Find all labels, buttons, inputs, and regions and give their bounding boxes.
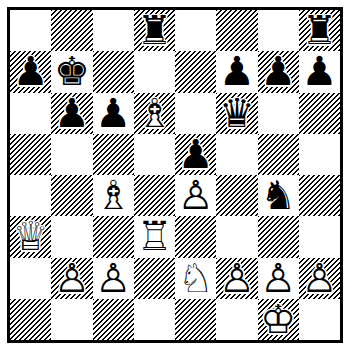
black-pawn-piece[interactable]: ♟ [216,51,257,92]
square-b7[interactable]: ♚ [51,51,92,92]
white-knight-piece[interactable]: ♞♘ [175,258,216,299]
square-h5[interactable] [299,134,340,175]
square-a1[interactable] [10,299,51,340]
square-g7[interactable]: ♟ [258,51,299,92]
square-h4[interactable] [299,175,340,216]
square-a6[interactable] [10,93,51,134]
white-rook-piece[interactable]: ♜♖ [134,216,175,257]
black-pawn-piece[interactable]: ♟ [299,51,340,92]
square-b8[interactable] [51,10,92,51]
square-c8[interactable] [93,10,134,51]
black-pawn-piece[interactable]: ♟ [175,134,216,175]
square-b4[interactable] [51,175,92,216]
square-g6[interactable] [258,93,299,134]
square-d2[interactable] [134,258,175,299]
white-pawn-piece[interactable]: ♟♙ [216,258,257,299]
square-g8[interactable] [258,10,299,51]
square-d3[interactable]: ♜♖ [134,216,175,257]
square-c7[interactable] [93,51,134,92]
black-pawn-piece[interactable]: ♟ [10,51,51,92]
square-h1[interactable] [299,299,340,340]
square-d7[interactable] [134,51,175,92]
square-h8[interactable]: ♜ [299,10,340,51]
square-a5[interactable] [10,134,51,175]
square-f3[interactable] [216,216,257,257]
square-d8[interactable]: ♜ [134,10,175,51]
square-d4[interactable] [134,175,175,216]
square-e5[interactable]: ♟ [175,134,216,175]
square-e6[interactable] [175,93,216,134]
square-b1[interactable] [51,299,92,340]
white-bishop-piece[interactable]: ♝♗ [93,175,134,216]
square-h6[interactable] [299,93,340,134]
square-f1[interactable] [216,299,257,340]
white-king-piece[interactable]: ♚♔ [258,299,299,340]
square-h3[interactable] [299,216,340,257]
square-c4[interactable]: ♝♗ [93,175,134,216]
square-h2[interactable]: ♟♙ [299,258,340,299]
square-f7[interactable]: ♟ [216,51,257,92]
square-a3[interactable]: ♛♕ [10,216,51,257]
square-f4[interactable] [216,175,257,216]
square-g2[interactable]: ♟♙ [258,258,299,299]
square-f8[interactable] [216,10,257,51]
square-a4[interactable] [10,175,51,216]
square-c3[interactable] [93,216,134,257]
square-b6[interactable]: ♟ [51,93,92,134]
square-f2[interactable]: ♟♙ [216,258,257,299]
square-f5[interactable] [216,134,257,175]
chessboard: ♜♜♟♚♟♟♟♟♟♝♗♛♟♝♗♟♙♞♛♕♜♖♟♙♟♙♞♘♟♙♟♙♟♙♚♔ [7,7,343,343]
square-d6[interactable]: ♝♗ [134,93,175,134]
square-c6[interactable]: ♟ [93,93,134,134]
black-pawn-piece[interactable]: ♟ [93,93,134,134]
square-a2[interactable] [10,258,51,299]
white-pawn-piece[interactable]: ♟♙ [93,258,134,299]
square-e7[interactable] [175,51,216,92]
black-rook-piece[interactable]: ♜ [134,10,175,51]
square-g5[interactable] [258,134,299,175]
square-d1[interactable] [134,299,175,340]
square-g3[interactable] [258,216,299,257]
white-pawn-piece[interactable]: ♟♙ [258,258,299,299]
white-pawn-piece[interactable]: ♟♙ [299,258,340,299]
black-queen-piece[interactable]: ♛ [216,93,257,134]
square-a7[interactable]: ♟ [10,51,51,92]
square-f6[interactable]: ♛ [216,93,257,134]
square-c1[interactable] [93,299,134,340]
white-pawn-piece[interactable]: ♟♙ [51,258,92,299]
square-a8[interactable] [10,10,51,51]
square-e4[interactable]: ♟♙ [175,175,216,216]
square-b3[interactable] [51,216,92,257]
square-g1[interactable]: ♚♔ [258,299,299,340]
square-e8[interactable] [175,10,216,51]
square-b2[interactable]: ♟♙ [51,258,92,299]
square-e2[interactable]: ♞♘ [175,258,216,299]
square-g4[interactable]: ♞ [258,175,299,216]
black-pawn-piece[interactable]: ♟ [258,51,299,92]
black-knight-piece[interactable]: ♞ [258,175,299,216]
square-c2[interactable]: ♟♙ [93,258,134,299]
white-queen-piece[interactable]: ♛♕ [10,216,51,257]
square-b5[interactable] [51,134,92,175]
black-pawn-piece[interactable]: ♟ [51,93,92,134]
square-c5[interactable] [93,134,134,175]
white-bishop-piece[interactable]: ♝♗ [134,93,175,134]
white-pawn-piece[interactable]: ♟♙ [175,175,216,216]
black-king-piece[interactable]: ♚ [51,51,92,92]
square-h7[interactable]: ♟ [299,51,340,92]
square-d5[interactable] [134,134,175,175]
black-rook-piece[interactable]: ♜ [299,10,340,51]
square-e3[interactable] [175,216,216,257]
chess-diagram: ♜♜♟♚♟♟♟♟♟♝♗♛♟♝♗♟♙♞♛♕♜♖♟♙♟♙♞♘♟♙♟♙♟♙♚♔ [0,0,350,350]
square-e1[interactable] [175,299,216,340]
